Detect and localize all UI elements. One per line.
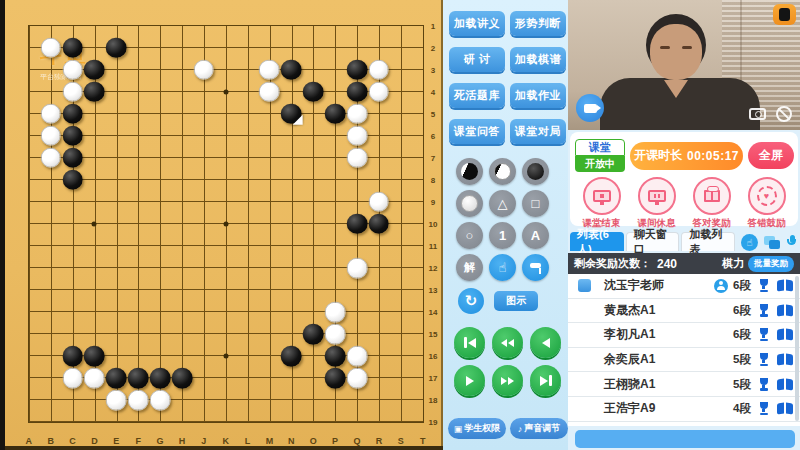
- encourage-label: 答错鼓励: [748, 217, 786, 230]
- fullscreen-button[interactable]: 全屏: [748, 142, 794, 169]
- solution-tool[interactable]: 解: [456, 254, 483, 281]
- trophy-icon[interactable]: [757, 304, 770, 317]
- stone-white-R4[interactable]: [369, 81, 390, 102]
- load-homework-button[interactable]: 加载作业: [510, 83, 566, 108]
- coord-letter-T: T: [420, 436, 426, 446]
- microphone-icon[interactable]: [786, 235, 798, 250]
- coord-letter-K: K: [222, 436, 229, 446]
- paint-roller-tool[interactable]: [522, 254, 549, 281]
- stone-white-D17[interactable]: [84, 368, 105, 389]
- student-name: 沈玉宇老师: [604, 277, 664, 294]
- ffwd-icon2: [508, 377, 514, 385]
- star-point-K16: [223, 354, 228, 359]
- stone-black-C16[interactable]: [62, 346, 83, 367]
- camcorder-icon: [584, 104, 597, 113]
- book-icon[interactable]: [777, 305, 792, 316]
- lesson-buttons: 加载讲义 形势判断 研 讨 加载棋谱 死活题库 加载作业 课堂问答 课堂对局: [443, 0, 568, 144]
- duration-timer: 00:05:17: [687, 149, 739, 163]
- position-judge-button[interactable]: 形势判断: [510, 11, 566, 36]
- trophy-icon[interactable]: [757, 279, 770, 292]
- stone-black-N5[interactable]: [281, 103, 302, 124]
- gift-icon: [693, 177, 731, 215]
- stone-white-M3[interactable]: [259, 59, 280, 80]
- list-item-student[interactable]: 李初凡A1 6段: [568, 323, 800, 348]
- duration-label: 开课时长: [634, 147, 682, 164]
- class-break-icon: [638, 177, 676, 215]
- correct-reward-button[interactable]: 答对奖励: [693, 177, 731, 230]
- student-name: 李初凡A1: [604, 326, 655, 343]
- disable-draw-icon[interactable]: [776, 106, 792, 122]
- student-name: 王栩骁A1: [604, 376, 655, 393]
- stone-black-Q4[interactable]: [347, 81, 368, 102]
- coord-number-12: 12: [429, 263, 438, 272]
- list-item-student[interactable]: 王栩骁A1 5段: [568, 372, 800, 397]
- stone-black-R10[interactable]: [369, 214, 390, 235]
- white-stone-tool[interactable]: [456, 190, 483, 217]
- skip-to-end-button[interactable]: [530, 365, 561, 396]
- go-board-panel: 斗鱼 平台独家播出 ABCDEFGHJKLMNOPQRST12345678910…: [0, 0, 443, 450]
- stream-logo-badge: [773, 4, 796, 25]
- coord-letter-O: O: [310, 436, 317, 446]
- tab-load-list[interactable]: 加载列表: [681, 232, 735, 251]
- coord-number-15: 15: [429, 329, 438, 338]
- student-rank: 6段: [733, 278, 751, 293]
- class-status-badge: 课堂 开放中: [575, 139, 625, 172]
- coord-letter-B: B: [47, 436, 54, 446]
- tab-member-list[interactable]: 列表(6人): [570, 232, 624, 251]
- volume-adjust-label: 声音调节: [524, 422, 560, 435]
- student-list: 沈玉宇老师 6段 黄晟杰A1 6段 李初凡A1 6段: [568, 274, 800, 426]
- star-point-K4: [223, 89, 228, 94]
- sidebar-tabs: 列表(6人) 聊天窗口 加载列表 ☝: [570, 231, 798, 251]
- stone-black-D4[interactable]: [84, 81, 105, 102]
- playback-controls: [443, 314, 568, 396]
- stone-black-O4[interactable]: [303, 81, 324, 102]
- video-overlay-icons: [749, 106, 792, 122]
- stone-black-P16[interactable]: [325, 346, 346, 367]
- stone-black-C2[interactable]: [62, 37, 83, 58]
- stone-black-N16[interactable]: [281, 346, 302, 367]
- coord-number-17: 17: [429, 374, 438, 383]
- reward-count-value: 240: [657, 257, 677, 271]
- coord-letter-J: J: [201, 436, 206, 446]
- stone-black-E17[interactable]: [106, 368, 127, 389]
- stone-white-B5[interactable]: [40, 103, 61, 124]
- coord-letter-S: S: [398, 436, 404, 446]
- coord-number-16: 16: [429, 352, 438, 361]
- book-icon[interactable]: [777, 403, 792, 414]
- student-name: 余奕辰A1: [604, 351, 655, 368]
- stone-black-F17[interactable]: [128, 368, 149, 389]
- stone-white-E18[interactable]: [106, 390, 127, 411]
- tab-quick-icons: ☝: [741, 234, 798, 251]
- coord-letter-A: A: [26, 436, 33, 446]
- list-item-teacher[interactable]: 沈玉宇老师 6段: [568, 274, 800, 299]
- encourage-button[interactable]: ♥ 答错鼓励: [748, 177, 786, 230]
- stone-black-H17[interactable]: [172, 368, 193, 389]
- snapshot-icon[interactable]: [749, 108, 766, 120]
- avatar: [578, 279, 591, 292]
- coord-number-1: 1: [431, 21, 435, 30]
- stone-black-C5[interactable]: [62, 103, 83, 124]
- trophy-icon[interactable]: [757, 328, 770, 341]
- coord-letter-H: H: [179, 436, 186, 446]
- stone-black-Q10[interactable]: [347, 214, 368, 235]
- volume-adjust-button[interactable]: ♪声音调节: [510, 418, 568, 439]
- reward-counter-bar: 剩余奖励次数： 240 棋力 批量奖励: [568, 253, 800, 274]
- stone-white-P14[interactable]: [325, 302, 346, 323]
- rewind-icon2: [508, 339, 514, 347]
- stone-black-P5[interactable]: [325, 103, 346, 124]
- triangle-marker-tool[interactable]: △: [489, 190, 516, 217]
- trophy-icon[interactable]: [757, 378, 770, 391]
- letter-marker-tool[interactable]: A: [522, 222, 549, 249]
- medal-icon: ♥: [748, 177, 786, 215]
- reward-count-label: 剩余奖励次数：: [574, 256, 651, 271]
- last-move-marker: [293, 115, 303, 125]
- coord-number-19: 19: [429, 418, 438, 427]
- stone-white-Q16[interactable]: [347, 346, 368, 367]
- bar-icon: [464, 337, 467, 348]
- stone-black-O15[interactable]: [303, 324, 324, 345]
- bar-icon2: [549, 375, 552, 386]
- coord-number-9: 9: [431, 197, 435, 206]
- load-kifu-button[interactable]: 加载棋谱: [510, 47, 566, 72]
- play-forward-button[interactable]: [454, 365, 485, 396]
- stone-white-Q12[interactable]: [347, 258, 368, 279]
- stone-white-G18[interactable]: [150, 390, 171, 411]
- hand-pointer-tool[interactable]: ☝: [489, 254, 516, 281]
- permission-icon: ▣: [454, 424, 463, 434]
- student-rank: 5段: [733, 377, 751, 392]
- diagram-button[interactable]: 图示: [494, 291, 538, 311]
- stone-white-R9[interactable]: [369, 192, 390, 213]
- classroom-sidebar: 课堂 开放中 开课时长 00:05:17 全屏 课堂结束 课间休息: [568, 0, 800, 450]
- fast-forward-button[interactable]: [492, 365, 523, 396]
- sound-icon: ♪: [518, 424, 523, 434]
- coord-letter-M: M: [266, 436, 274, 446]
- black-stone-tool[interactable]: [522, 158, 549, 185]
- stone-black-C6[interactable]: [62, 126, 83, 147]
- board-reset-row: ↻ 图示: [443, 281, 568, 314]
- rewind-icon: [501, 339, 507, 347]
- stone-black-G17[interactable]: [150, 368, 171, 389]
- end-class-icon: [583, 177, 621, 215]
- stone-white-B2[interactable]: [40, 37, 61, 58]
- coord-number-6: 6: [431, 131, 435, 140]
- stone-white-F18[interactable]: [128, 390, 149, 411]
- black-white-stone-icon: [461, 163, 478, 180]
- black-stone-icon: [527, 163, 544, 180]
- trophy-icon[interactable]: [757, 402, 770, 415]
- open-status-label: 开放中: [575, 156, 625, 172]
- list-scrollbar[interactable]: [795, 276, 799, 421]
- list-item-student[interactable]: 余奕辰A1 5段: [568, 348, 800, 373]
- class-status-row: 课堂 开放中 开课时长 00:05:17 全屏: [570, 132, 798, 172]
- book-icon[interactable]: [777, 280, 792, 291]
- annotation-tools: △ □ ○ 1 A 解 ☝: [443, 144, 568, 281]
- stone-white-B7[interactable]: [40, 148, 61, 169]
- coord-letter-P: P: [332, 436, 338, 446]
- stone-black-P17[interactable]: [325, 368, 346, 389]
- square-marker-tool[interactable]: □: [522, 190, 549, 217]
- stone-white-B6[interactable]: [40, 126, 61, 147]
- stone-white-M4[interactable]: [259, 81, 280, 102]
- coord-letter-R: R: [376, 436, 383, 446]
- raise-hand-icon[interactable]: ☝: [741, 234, 758, 251]
- class-label: 课堂: [575, 139, 625, 156]
- stone-white-P15[interactable]: [325, 324, 346, 345]
- stone-black-D16[interactable]: [84, 346, 105, 367]
- coord-number-4: 4: [431, 87, 435, 96]
- class-game-button[interactable]: 课堂对局: [510, 119, 566, 144]
- coord-number-8: 8: [431, 175, 435, 184]
- coord-number-18: 18: [429, 396, 438, 405]
- coord-letter-N: N: [288, 436, 295, 446]
- stone-white-Q17[interactable]: [347, 368, 368, 389]
- skip-end-icon: [540, 376, 548, 386]
- class-duration-pill: 开课时长 00:05:17: [630, 142, 743, 170]
- book-icon[interactable]: [777, 379, 792, 390]
- teacher-badge-icon: [714, 279, 728, 293]
- coord-letter-C: C: [69, 436, 76, 446]
- white-stone-icon: [461, 195, 478, 212]
- coord-number-2: 2: [431, 43, 435, 52]
- stone-white-R3[interactable]: [369, 59, 390, 80]
- stone-black-D3[interactable]: [84, 59, 105, 80]
- stone-white-C4[interactable]: [62, 81, 83, 102]
- student-rank: 6段: [733, 303, 751, 318]
- batch-reward-button[interactable]: 批量奖励: [748, 256, 794, 272]
- tab-chat-window[interactable]: 聊天窗口: [626, 232, 680, 251]
- coord-number-5: 5: [431, 109, 435, 118]
- alt-move-white-tool[interactable]: [489, 158, 516, 185]
- coord-number-14: 14: [429, 307, 438, 316]
- coord-number-3: 3: [431, 65, 435, 74]
- teaching-tools-panel: 加载讲义 形势判断 研 讨 加载棋谱 死活题库 加载作业 课堂问答 课堂对局 △…: [443, 0, 568, 450]
- coord-number-13: 13: [429, 285, 438, 294]
- stone-black-Q3[interactable]: [347, 59, 368, 80]
- discuss-button[interactable]: 研 讨: [449, 47, 505, 72]
- coord-letter-G: G: [157, 436, 164, 446]
- circle-marker-tool[interactable]: ○: [456, 222, 483, 249]
- student-permission-button[interactable]: ▣学生权限: [448, 418, 506, 439]
- teacher-face: [650, 24, 702, 80]
- stone-black-C7[interactable]: [62, 148, 83, 169]
- white-black-stone-icon: [494, 163, 511, 180]
- coord-letter-E: E: [113, 436, 119, 446]
- skip-to-start-button[interactable]: [454, 327, 485, 358]
- ffwd-icon: [501, 377, 507, 385]
- stone-black-E2[interactable]: [106, 37, 127, 58]
- coord-letter-F: F: [135, 436, 141, 446]
- number-marker-tool[interactable]: 1: [489, 222, 516, 249]
- stone-black-C8[interactable]: [62, 170, 83, 191]
- coord-number-11: 11: [429, 241, 437, 250]
- coord-letter-D: D: [91, 436, 98, 446]
- go-classroom-app: 斗鱼 平台独家播出 ABCDEFGHJKLMNOPQRST12345678910…: [0, 0, 800, 450]
- back-icon: [542, 338, 550, 348]
- stone-white-C3[interactable]: [62, 59, 83, 80]
- stone-white-Q6[interactable]: [347, 126, 368, 147]
- stone-white-J3[interactable]: [194, 59, 215, 80]
- refresh-board-button[interactable]: ↻: [458, 288, 484, 314]
- webcam-video[interactable]: [568, 0, 800, 130]
- chat-bubbles-icon[interactable]: [764, 236, 780, 249]
- student-rank: 6段: [733, 327, 751, 342]
- student-rank: 5段: [733, 352, 751, 367]
- stone-white-C17[interactable]: [62, 368, 83, 389]
- class-action-buttons: 课堂结束 课间休息 答对奖励 ♥ 答错鼓励: [570, 172, 798, 230]
- alt-move-black-tool[interactable]: [456, 158, 483, 185]
- student-name: 黄晟杰A1: [604, 302, 655, 319]
- list-item-student[interactable]: 黄晟杰A1 6段: [568, 299, 800, 324]
- coord-number-7: 7: [431, 153, 435, 162]
- coord-letter-L: L: [245, 436, 251, 446]
- trophy-icon[interactable]: [757, 353, 770, 366]
- class-status-card: 课堂 开放中 开课时长 00:05:17 全屏 课堂结束 课间休息: [570, 132, 798, 226]
- fast-rewind-button[interactable]: [492, 327, 523, 358]
- list-item-student[interactable]: 王浩宇A9 4段: [568, 397, 800, 422]
- step-back-button[interactable]: [530, 327, 561, 358]
- stone-white-Q7[interactable]: [347, 148, 368, 169]
- coord-letter-Q: Q: [353, 436, 360, 446]
- board-bottom-edge: [5, 446, 443, 450]
- end-class-button[interactable]: 课堂结束: [583, 177, 621, 230]
- strength-column-label: 棋力: [722, 256, 744, 271]
- stone-black-N3[interactable]: [281, 59, 302, 80]
- board-left-edge: [0, 0, 5, 450]
- class-break-button[interactable]: 课间休息: [638, 177, 676, 230]
- student-permission-label: 学生权限: [464, 422, 500, 435]
- bottom-action-bar[interactable]: [575, 430, 795, 448]
- class-qa-button[interactable]: 课堂问答: [449, 119, 505, 144]
- star-point-D10: [92, 221, 97, 226]
- life-death-library-button[interactable]: 死活题库: [449, 83, 505, 108]
- book-icon[interactable]: [777, 354, 792, 365]
- camera-toggle-button[interactable]: [576, 94, 604, 122]
- paint-roller-icon: [530, 262, 542, 274]
- book-icon[interactable]: [777, 329, 792, 340]
- play-icon: [466, 376, 474, 386]
- skip-start-icon: [468, 338, 476, 348]
- coord-number-10: 10: [429, 219, 438, 228]
- star-point-K10: [223, 221, 228, 226]
- room-admin-buttons: ▣学生权限 ♪声音调节 ▤考勤记录 ↪退出房间: [443, 396, 568, 450]
- stone-white-Q5[interactable]: [347, 103, 368, 124]
- load-lecture-button[interactable]: 加载讲义: [449, 11, 505, 36]
- student-rank: 4段: [733, 401, 751, 416]
- student-name: 王浩宇A9: [604, 400, 655, 417]
